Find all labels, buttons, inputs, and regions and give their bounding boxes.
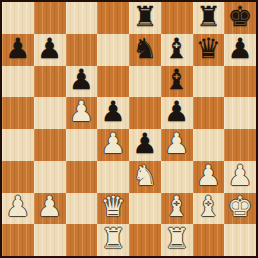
square-b6[interactable]: [34, 66, 66, 98]
square-g1[interactable]: [193, 224, 225, 256]
square-h4[interactable]: [224, 129, 256, 161]
square-h7[interactable]: ♟: [224, 34, 256, 66]
white-bishop[interactable]: ♝: [196, 193, 221, 221]
white-pawn[interactable]: ♟: [69, 98, 94, 126]
square-f7[interactable]: ♝: [161, 34, 193, 66]
square-f4[interactable]: ♟: [161, 129, 193, 161]
square-f2[interactable]: ♝: [161, 193, 193, 225]
square-e3[interactable]: ♞: [129, 161, 161, 193]
square-a7[interactable]: ♟: [2, 34, 34, 66]
square-e8[interactable]: ♜: [129, 2, 161, 34]
square-e1[interactable]: [129, 224, 161, 256]
square-b2[interactable]: ♟: [34, 193, 66, 225]
white-pawn[interactable]: ♟: [37, 193, 62, 221]
square-g5[interactable]: [193, 97, 225, 129]
square-g3[interactable]: ♟: [193, 161, 225, 193]
square-b7[interactable]: ♟: [34, 34, 66, 66]
square-b4[interactable]: [34, 129, 66, 161]
square-e6[interactable]: [129, 66, 161, 98]
square-d6[interactable]: [97, 66, 129, 98]
black-pawn[interactable]: ♟: [101, 98, 126, 126]
square-a8[interactable]: [2, 2, 34, 34]
square-c3[interactable]: [66, 161, 98, 193]
white-pawn[interactable]: ♟: [228, 162, 253, 190]
white-king[interactable]: ♚: [228, 193, 253, 221]
square-c1[interactable]: [66, 224, 98, 256]
square-h3[interactable]: ♟: [224, 161, 256, 193]
black-rook[interactable]: ♜: [132, 3, 157, 31]
square-a6[interactable]: [2, 66, 34, 98]
square-h2[interactable]: ♚: [224, 193, 256, 225]
square-f6[interactable]: ♝: [161, 66, 193, 98]
black-bishop[interactable]: ♝: [164, 66, 189, 94]
white-pawn[interactable]: ♟: [164, 130, 189, 158]
white-knight[interactable]: ♞: [132, 162, 157, 190]
square-c8[interactable]: [66, 2, 98, 34]
black-pawn[interactable]: ♟: [37, 35, 62, 63]
white-bishop[interactable]: ♝: [164, 193, 189, 221]
white-pawn[interactable]: ♟: [196, 162, 221, 190]
white-queen[interactable]: ♛: [101, 193, 126, 221]
square-h5[interactable]: [224, 97, 256, 129]
square-h8[interactable]: ♚: [224, 2, 256, 34]
square-e5[interactable]: [129, 97, 161, 129]
square-b1[interactable]: [34, 224, 66, 256]
square-c7[interactable]: [66, 34, 98, 66]
square-g4[interactable]: [193, 129, 225, 161]
square-d5[interactable]: ♟: [97, 97, 129, 129]
square-e2[interactable]: [129, 193, 161, 225]
black-pawn[interactable]: ♟: [5, 35, 30, 63]
black-queen[interactable]: ♛: [196, 35, 221, 63]
square-f8[interactable]: [161, 2, 193, 34]
square-g8[interactable]: ♜: [193, 2, 225, 34]
black-pawn[interactable]: ♟: [132, 130, 157, 158]
square-d1[interactable]: ♜: [97, 224, 129, 256]
square-e4[interactable]: ♟: [129, 129, 161, 161]
square-b3[interactable]: [34, 161, 66, 193]
black-pawn[interactable]: ♟: [228, 35, 253, 63]
square-b8[interactable]: [34, 2, 66, 34]
square-a5[interactable]: [2, 97, 34, 129]
white-rook[interactable]: ♜: [101, 225, 126, 253]
square-g2[interactable]: ♝: [193, 193, 225, 225]
square-c4[interactable]: [66, 129, 98, 161]
square-d3[interactable]: [97, 161, 129, 193]
square-f3[interactable]: [161, 161, 193, 193]
square-f5[interactable]: ♟: [161, 97, 193, 129]
square-a1[interactable]: [2, 224, 34, 256]
chess-board: ♜♜♚♟♟♞♝♛♟♟♝♟♟♟♟♟♟♞♟♟♟♟♛♝♝♚♜♜: [0, 0, 258, 258]
square-d2[interactable]: ♛: [97, 193, 129, 225]
white-pawn[interactable]: ♟: [5, 193, 30, 221]
square-a4[interactable]: [2, 129, 34, 161]
square-h1[interactable]: [224, 224, 256, 256]
square-c2[interactable]: [66, 193, 98, 225]
black-rook[interactable]: ♜: [196, 3, 221, 31]
square-e7[interactable]: ♞: [129, 34, 161, 66]
black-knight[interactable]: ♞: [132, 35, 157, 63]
black-pawn[interactable]: ♟: [69, 66, 94, 94]
square-g6[interactable]: [193, 66, 225, 98]
square-a3[interactable]: [2, 161, 34, 193]
white-pawn[interactable]: ♟: [101, 130, 126, 158]
black-pawn[interactable]: ♟: [164, 98, 189, 126]
black-king[interactable]: ♚: [228, 3, 253, 31]
square-b5[interactable]: [34, 97, 66, 129]
square-c5[interactable]: ♟: [66, 97, 98, 129]
square-f1[interactable]: ♜: [161, 224, 193, 256]
black-bishop[interactable]: ♝: [164, 35, 189, 63]
square-d8[interactable]: [97, 2, 129, 34]
white-rook[interactable]: ♜: [164, 225, 189, 253]
square-d4[interactable]: ♟: [97, 129, 129, 161]
square-g7[interactable]: ♛: [193, 34, 225, 66]
square-a2[interactable]: ♟: [2, 193, 34, 225]
square-h6[interactable]: [224, 66, 256, 98]
square-d7[interactable]: [97, 34, 129, 66]
square-c6[interactable]: ♟: [66, 66, 98, 98]
